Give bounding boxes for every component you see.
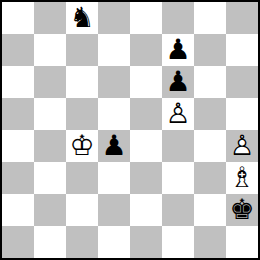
- square-g1[interactable]: [194, 226, 226, 258]
- square-f6[interactable]: ♟: [162, 66, 194, 98]
- square-d8[interactable]: [98, 2, 130, 34]
- square-g7[interactable]: [194, 34, 226, 66]
- black-pawn[interactable]: ♟: [162, 34, 194, 66]
- square-f1[interactable]: [162, 226, 194, 258]
- square-d2[interactable]: [98, 194, 130, 226]
- square-d7[interactable]: [98, 34, 130, 66]
- square-g6[interactable]: [194, 66, 226, 98]
- square-e7[interactable]: [130, 34, 162, 66]
- square-h8[interactable]: [226, 2, 258, 34]
- chess-board: ♞♟♟♟♙♚♔♟♟♙♝♗♚: [2, 2, 258, 258]
- white-pawn[interactable]: ♙: [162, 98, 194, 130]
- square-c2[interactable]: [66, 194, 98, 226]
- square-a4[interactable]: [2, 130, 34, 162]
- square-d1[interactable]: [98, 226, 130, 258]
- square-f2[interactable]: [162, 194, 194, 226]
- square-c5[interactable]: [66, 98, 98, 130]
- square-a6[interactable]: [2, 66, 34, 98]
- square-b5[interactable]: [34, 98, 66, 130]
- square-e6[interactable]: [130, 66, 162, 98]
- square-e4[interactable]: [130, 130, 162, 162]
- square-f8[interactable]: [162, 2, 194, 34]
- square-e3[interactable]: [130, 162, 162, 194]
- white-bishop[interactable]: ♗: [226, 162, 258, 194]
- black-pawn[interactable]: ♟: [162, 66, 194, 98]
- white-king[interactable]: ♔: [66, 130, 98, 162]
- square-h4[interactable]: ♟♙: [226, 130, 258, 162]
- square-g5[interactable]: [194, 98, 226, 130]
- square-c4[interactable]: ♚♔: [66, 130, 98, 162]
- chess-board-frame: ♞♟♟♟♙♚♔♟♟♙♝♗♚: [0, 0, 260, 260]
- square-d3[interactable]: [98, 162, 130, 194]
- square-e8[interactable]: [130, 2, 162, 34]
- square-c7[interactable]: [66, 34, 98, 66]
- square-b8[interactable]: [34, 2, 66, 34]
- square-g2[interactable]: [194, 194, 226, 226]
- square-a1[interactable]: [2, 226, 34, 258]
- square-h3[interactable]: ♝♗: [226, 162, 258, 194]
- square-b4[interactable]: [34, 130, 66, 162]
- square-b1[interactable]: [34, 226, 66, 258]
- square-a7[interactable]: [2, 34, 34, 66]
- square-f4[interactable]: [162, 130, 194, 162]
- square-b6[interactable]: [34, 66, 66, 98]
- black-king[interactable]: ♚: [226, 194, 258, 226]
- black-pawn[interactable]: ♟: [98, 130, 130, 162]
- square-g4[interactable]: [194, 130, 226, 162]
- square-h1[interactable]: [226, 226, 258, 258]
- square-a3[interactable]: [2, 162, 34, 194]
- square-b7[interactable]: [34, 34, 66, 66]
- white-pawn[interactable]: ♙: [226, 130, 258, 162]
- square-c8[interactable]: ♞: [66, 2, 98, 34]
- square-h2[interactable]: ♚: [226, 194, 258, 226]
- square-c6[interactable]: [66, 66, 98, 98]
- black-knight[interactable]: ♞: [66, 2, 98, 34]
- square-c1[interactable]: [66, 226, 98, 258]
- square-h6[interactable]: [226, 66, 258, 98]
- square-d4[interactable]: ♟: [98, 130, 130, 162]
- square-e2[interactable]: [130, 194, 162, 226]
- square-h5[interactable]: [226, 98, 258, 130]
- square-c3[interactable]: [66, 162, 98, 194]
- square-b2[interactable]: [34, 194, 66, 226]
- square-a5[interactable]: [2, 98, 34, 130]
- square-a8[interactable]: [2, 2, 34, 34]
- square-e5[interactable]: [130, 98, 162, 130]
- square-g3[interactable]: [194, 162, 226, 194]
- square-a2[interactable]: [2, 194, 34, 226]
- square-b3[interactable]: [34, 162, 66, 194]
- square-h7[interactable]: [226, 34, 258, 66]
- square-f5[interactable]: ♟♙: [162, 98, 194, 130]
- square-d5[interactable]: [98, 98, 130, 130]
- square-f3[interactable]: [162, 162, 194, 194]
- square-d6[interactable]: [98, 66, 130, 98]
- square-g8[interactable]: [194, 2, 226, 34]
- square-e1[interactable]: [130, 226, 162, 258]
- square-f7[interactable]: ♟: [162, 34, 194, 66]
